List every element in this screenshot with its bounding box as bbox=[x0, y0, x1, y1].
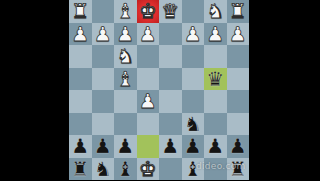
black-pawn: ♟ bbox=[71, 135, 89, 157]
white-knight: ♞ bbox=[116, 45, 134, 67]
white-bishop: ♝ bbox=[116, 0, 134, 22]
black-pawn: ♟ bbox=[94, 135, 112, 157]
black-bishop: ♝ bbox=[116, 158, 134, 180]
square-e6 bbox=[137, 113, 160, 136]
white-rook: ♜ bbox=[71, 0, 89, 22]
square-h5 bbox=[69, 90, 92, 113]
black-rook: ♜ bbox=[71, 158, 89, 180]
square-a3 bbox=[227, 45, 250, 68]
white-bishop: ♝ bbox=[116, 68, 134, 90]
square-c3 bbox=[182, 45, 205, 68]
black-rook: ♜ bbox=[229, 158, 247, 180]
square-b3 bbox=[204, 45, 227, 68]
black-knight: ♞ bbox=[184, 113, 202, 135]
square-a1: ♜ bbox=[227, 0, 250, 23]
black-bishop: ♝ bbox=[184, 158, 202, 180]
black-pawn: ♟ bbox=[229, 135, 247, 157]
square-b1: ♞ bbox=[204, 0, 227, 23]
square-f2: ♟ bbox=[114, 23, 137, 46]
square-d4 bbox=[159, 68, 182, 91]
square-a8: ♜ bbox=[227, 158, 250, 181]
square-h1: ♜ bbox=[69, 0, 92, 23]
square-e2: ♟ bbox=[137, 23, 160, 46]
square-c1 bbox=[182, 0, 205, 23]
square-f4: ♝ bbox=[114, 68, 137, 91]
square-d2 bbox=[159, 23, 182, 46]
video-frame: ♜♝♚♛♞♜♟♟♟♟♟♟♟♞♝♛♟♞♟♟♟♟♟♟♟♜♞♝♚♝♜ dideo.co… bbox=[0, 0, 320, 180]
square-a6 bbox=[227, 113, 250, 136]
black-knight: ♞ bbox=[94, 158, 112, 180]
square-d6 bbox=[159, 113, 182, 136]
square-f5 bbox=[114, 90, 137, 113]
square-c2: ♟ bbox=[182, 23, 205, 46]
white-pawn: ♟ bbox=[94, 23, 112, 45]
white-pawn: ♟ bbox=[71, 23, 89, 45]
square-c5 bbox=[182, 90, 205, 113]
square-c4 bbox=[182, 68, 205, 91]
square-b2: ♟ bbox=[204, 23, 227, 46]
square-h4 bbox=[69, 68, 92, 91]
chess-board: ♜♝♚♛♞♜♟♟♟♟♟♟♟♞♝♛♟♞♟♟♟♟♟♟♟♜♞♝♚♝♜ bbox=[69, 0, 249, 180]
square-d3 bbox=[159, 45, 182, 68]
square-g6 bbox=[92, 113, 115, 136]
white-pawn: ♟ bbox=[229, 23, 247, 45]
square-g3 bbox=[92, 45, 115, 68]
square-d7: ♟ bbox=[159, 135, 182, 158]
black-pawn: ♟ bbox=[161, 135, 179, 157]
white-knight: ♞ bbox=[206, 0, 224, 22]
square-f3: ♞ bbox=[114, 45, 137, 68]
square-f1: ♝ bbox=[114, 0, 137, 23]
square-a5 bbox=[227, 90, 250, 113]
square-b6 bbox=[204, 113, 227, 136]
square-e1: ♚ bbox=[137, 0, 160, 23]
square-g1 bbox=[92, 0, 115, 23]
square-h3 bbox=[69, 45, 92, 68]
square-d8 bbox=[159, 158, 182, 181]
square-d1: ♛ bbox=[159, 0, 182, 23]
square-g5 bbox=[92, 90, 115, 113]
square-b8 bbox=[204, 158, 227, 181]
square-f7: ♟ bbox=[114, 135, 137, 158]
white-king: ♚ bbox=[139, 0, 157, 22]
square-f8: ♝ bbox=[114, 158, 137, 181]
white-pawn: ♟ bbox=[139, 23, 157, 45]
square-f6 bbox=[114, 113, 137, 136]
square-e3 bbox=[137, 45, 160, 68]
letterbox-right bbox=[249, 0, 320, 180]
white-pawn: ♟ bbox=[206, 23, 224, 45]
square-g7: ♟ bbox=[92, 135, 115, 158]
square-e4 bbox=[137, 68, 160, 91]
square-d5 bbox=[159, 90, 182, 113]
square-a7: ♟ bbox=[227, 135, 250, 158]
square-g4 bbox=[92, 68, 115, 91]
square-a2: ♟ bbox=[227, 23, 250, 46]
black-pawn: ♟ bbox=[116, 135, 134, 157]
square-b5 bbox=[204, 90, 227, 113]
white-rook: ♜ bbox=[229, 0, 247, 22]
white-pawn: ♟ bbox=[116, 23, 134, 45]
square-h7: ♟ bbox=[69, 135, 92, 158]
square-g2: ♟ bbox=[92, 23, 115, 46]
square-h2: ♟ bbox=[69, 23, 92, 46]
square-c7: ♟ bbox=[182, 135, 205, 158]
black-pawn: ♟ bbox=[206, 135, 224, 157]
square-c6: ♞ bbox=[182, 113, 205, 136]
square-g8: ♞ bbox=[92, 158, 115, 181]
black-queen: ♛ bbox=[206, 68, 224, 90]
square-b4: ♛ bbox=[204, 68, 227, 91]
white-pawn: ♟ bbox=[139, 90, 157, 112]
square-b7: ♟ bbox=[204, 135, 227, 158]
white-queen: ♛ bbox=[161, 0, 179, 22]
square-h6 bbox=[69, 113, 92, 136]
square-e7 bbox=[137, 135, 160, 158]
square-c8: ♝ bbox=[182, 158, 205, 181]
square-e8: ♚ bbox=[137, 158, 160, 181]
square-a4 bbox=[227, 68, 250, 91]
square-e5: ♟ bbox=[137, 90, 160, 113]
white-pawn: ♟ bbox=[184, 23, 202, 45]
black-pawn: ♟ bbox=[184, 135, 202, 157]
letterbox-left bbox=[0, 0, 69, 180]
square-h8: ♜ bbox=[69, 158, 92, 181]
black-king: ♚ bbox=[139, 158, 157, 180]
